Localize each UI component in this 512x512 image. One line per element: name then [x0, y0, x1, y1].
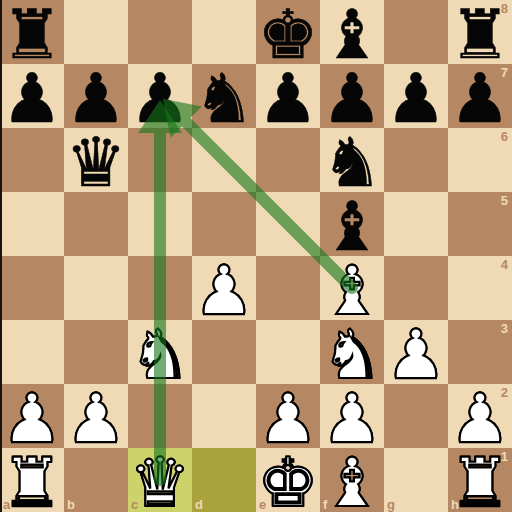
square-c8[interactable] — [128, 0, 192, 64]
chess-app-stage: ♜♚♝♜♟♟♟♞♟♟♟♟♛♞♝♟♝♞♞♟♟♟♟♟♟♜♛♚♝♜ abcdefgh1… — [0, 0, 512, 512]
square-b7[interactable]: ♟ — [64, 64, 128, 128]
square-d4[interactable]: ♟ — [192, 256, 256, 320]
square-a1[interactable]: ♜ — [0, 448, 64, 512]
square-h3[interactable] — [448, 320, 512, 384]
square-d7[interactable]: ♞ — [192, 64, 256, 128]
square-h2[interactable]: ♟ — [448, 384, 512, 448]
white-pawn[interactable]: ♟ — [0, 387, 64, 451]
black-pawn[interactable]: ♟ — [448, 67, 512, 131]
white-rook[interactable]: ♜ — [448, 451, 512, 512]
white-pawn[interactable]: ♟ — [192, 259, 256, 323]
white-queen[interactable]: ♛ — [128, 451, 192, 512]
square-e8[interactable]: ♚ — [256, 0, 320, 64]
square-f2[interactable]: ♟ — [320, 384, 384, 448]
white-pawn[interactable]: ♟ — [64, 387, 128, 451]
square-f6[interactable]: ♞ — [320, 128, 384, 192]
black-pawn[interactable]: ♟ — [256, 67, 320, 131]
square-b4[interactable] — [64, 256, 128, 320]
square-h7[interactable]: ♟ — [448, 64, 512, 128]
square-f4[interactable]: ♝ — [320, 256, 384, 320]
square-g7[interactable]: ♟ — [384, 64, 448, 128]
square-a7[interactable]: ♟ — [0, 64, 64, 128]
black-bishop[interactable]: ♝ — [320, 195, 384, 259]
black-pawn[interactable]: ♟ — [0, 67, 64, 131]
square-g4[interactable] — [384, 256, 448, 320]
black-king[interactable]: ♚ — [256, 3, 320, 67]
square-f3[interactable]: ♞ — [320, 320, 384, 384]
black-pawn[interactable]: ♟ — [320, 67, 384, 131]
square-f1[interactable]: ♝ — [320, 448, 384, 512]
white-rook[interactable]: ♜ — [0, 451, 64, 512]
square-f8[interactable]: ♝ — [320, 0, 384, 64]
square-h4[interactable] — [448, 256, 512, 320]
square-b3[interactable] — [64, 320, 128, 384]
black-pawn[interactable]: ♟ — [128, 67, 192, 131]
square-e3[interactable] — [256, 320, 320, 384]
square-f5[interactable]: ♝ — [320, 192, 384, 256]
square-d8[interactable] — [192, 0, 256, 64]
black-rook[interactable]: ♜ — [448, 3, 512, 67]
square-g1[interactable] — [384, 448, 448, 512]
black-bishop[interactable]: ♝ — [320, 3, 384, 67]
square-b6[interactable]: ♛ — [64, 128, 128, 192]
black-knight[interactable]: ♞ — [192, 67, 256, 131]
white-pawn[interactable]: ♟ — [448, 387, 512, 451]
square-b2[interactable]: ♟ — [64, 384, 128, 448]
black-pawn[interactable]: ♟ — [384, 67, 448, 131]
square-h5[interactable] — [448, 192, 512, 256]
white-bishop[interactable]: ♝ — [320, 451, 384, 512]
square-f7[interactable]: ♟ — [320, 64, 384, 128]
square-g5[interactable] — [384, 192, 448, 256]
square-a2[interactable]: ♟ — [0, 384, 64, 448]
window-edge-strip — [0, 0, 2, 512]
square-g3[interactable]: ♟ — [384, 320, 448, 384]
square-d1[interactable] — [192, 448, 256, 512]
square-c5[interactable] — [128, 192, 192, 256]
square-d5[interactable] — [192, 192, 256, 256]
square-g8[interactable] — [384, 0, 448, 64]
white-bishop[interactable]: ♝ — [320, 259, 384, 323]
square-a5[interactable] — [0, 192, 64, 256]
white-pawn[interactable]: ♟ — [320, 387, 384, 451]
black-knight[interactable]: ♞ — [320, 131, 384, 195]
square-c7[interactable]: ♟ — [128, 64, 192, 128]
black-pawn[interactable]: ♟ — [64, 67, 128, 131]
white-knight[interactable]: ♞ — [320, 323, 384, 387]
square-e1[interactable]: ♚ — [256, 448, 320, 512]
black-rook[interactable]: ♜ — [0, 3, 64, 67]
square-e5[interactable] — [256, 192, 320, 256]
square-e4[interactable] — [256, 256, 320, 320]
white-knight[interactable]: ♞ — [128, 323, 192, 387]
chess-board: ♜♚♝♜♟♟♟♞♟♟♟♟♛♞♝♟♝♞♞♟♟♟♟♟♟♜♛♚♝♜ — [0, 0, 512, 512]
white-pawn[interactable]: ♟ — [256, 387, 320, 451]
black-queen[interactable]: ♛ — [64, 131, 128, 195]
square-h8[interactable]: ♜ — [448, 0, 512, 64]
white-pawn[interactable]: ♟ — [384, 323, 448, 387]
square-a8[interactable]: ♜ — [0, 0, 64, 64]
square-c1[interactable]: ♛ — [128, 448, 192, 512]
square-c4[interactable] — [128, 256, 192, 320]
square-e7[interactable]: ♟ — [256, 64, 320, 128]
square-b8[interactable] — [64, 0, 128, 64]
square-e2[interactable]: ♟ — [256, 384, 320, 448]
square-c3[interactable]: ♞ — [128, 320, 192, 384]
square-a3[interactable] — [0, 320, 64, 384]
white-king[interactable]: ♚ — [256, 451, 320, 512]
square-a4[interactable] — [0, 256, 64, 320]
square-d2[interactable] — [192, 384, 256, 448]
square-h1[interactable]: ♜ — [448, 448, 512, 512]
